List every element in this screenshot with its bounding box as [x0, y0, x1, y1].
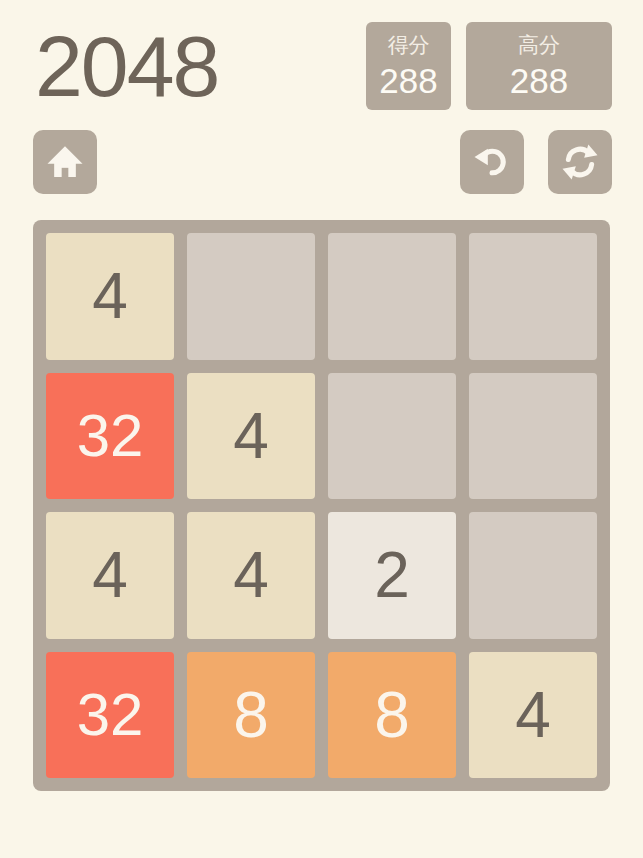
- game-page: 2048 得分 288 高分 288: [0, 0, 643, 791]
- board-grid[interactable]: 432444232884: [33, 220, 610, 791]
- home-icon: [45, 142, 85, 182]
- cell-r1-c2-empty: [187, 233, 315, 360]
- best-score-panel: 高分 288: [466, 22, 612, 110]
- cell-r2-c4-empty: [469, 373, 597, 500]
- cell-r4-c2-tile-8: 8: [187, 652, 315, 779]
- cell-r4-c4-tile-4: 4: [469, 652, 597, 779]
- score-value: 288: [366, 61, 451, 101]
- undo-icon: [472, 142, 512, 182]
- cell-r1-c4-empty: [469, 233, 597, 360]
- cell-r1-c1-tile-4: 4: [46, 233, 174, 360]
- game-title: 2048: [35, 22, 218, 110]
- cell-r3-c2-tile-4: 4: [187, 512, 315, 639]
- cell-r3-c4-empty: [469, 512, 597, 639]
- cell-r4-c3-tile-8: 8: [328, 652, 456, 779]
- cell-r3-c1-tile-4: 4: [46, 512, 174, 639]
- home-button[interactable]: [33, 130, 97, 194]
- best-score-value: 288: [466, 61, 612, 101]
- score-panel: 得分 288: [366, 22, 451, 110]
- score-label: 得分: [366, 31, 451, 59]
- cell-r1-c3-empty: [328, 233, 456, 360]
- cell-r2-c2-tile-4: 4: [187, 373, 315, 500]
- cell-r2-c3-empty: [328, 373, 456, 500]
- controls-row: [33, 130, 612, 194]
- score-panels: 得分 288 高分 288: [366, 22, 612, 110]
- action-buttons: [460, 130, 612, 194]
- cell-r4-c1-tile-32: 32: [46, 652, 174, 779]
- cell-r2-c1-tile-32: 32: [46, 373, 174, 500]
- restart-icon: [560, 142, 600, 182]
- header: 2048 得分 288 高分 288: [33, 22, 612, 110]
- undo-button[interactable]: [460, 130, 524, 194]
- cell-r3-c3-tile-2: 2: [328, 512, 456, 639]
- restart-button[interactable]: [548, 130, 612, 194]
- best-score-label: 高分: [466, 31, 612, 59]
